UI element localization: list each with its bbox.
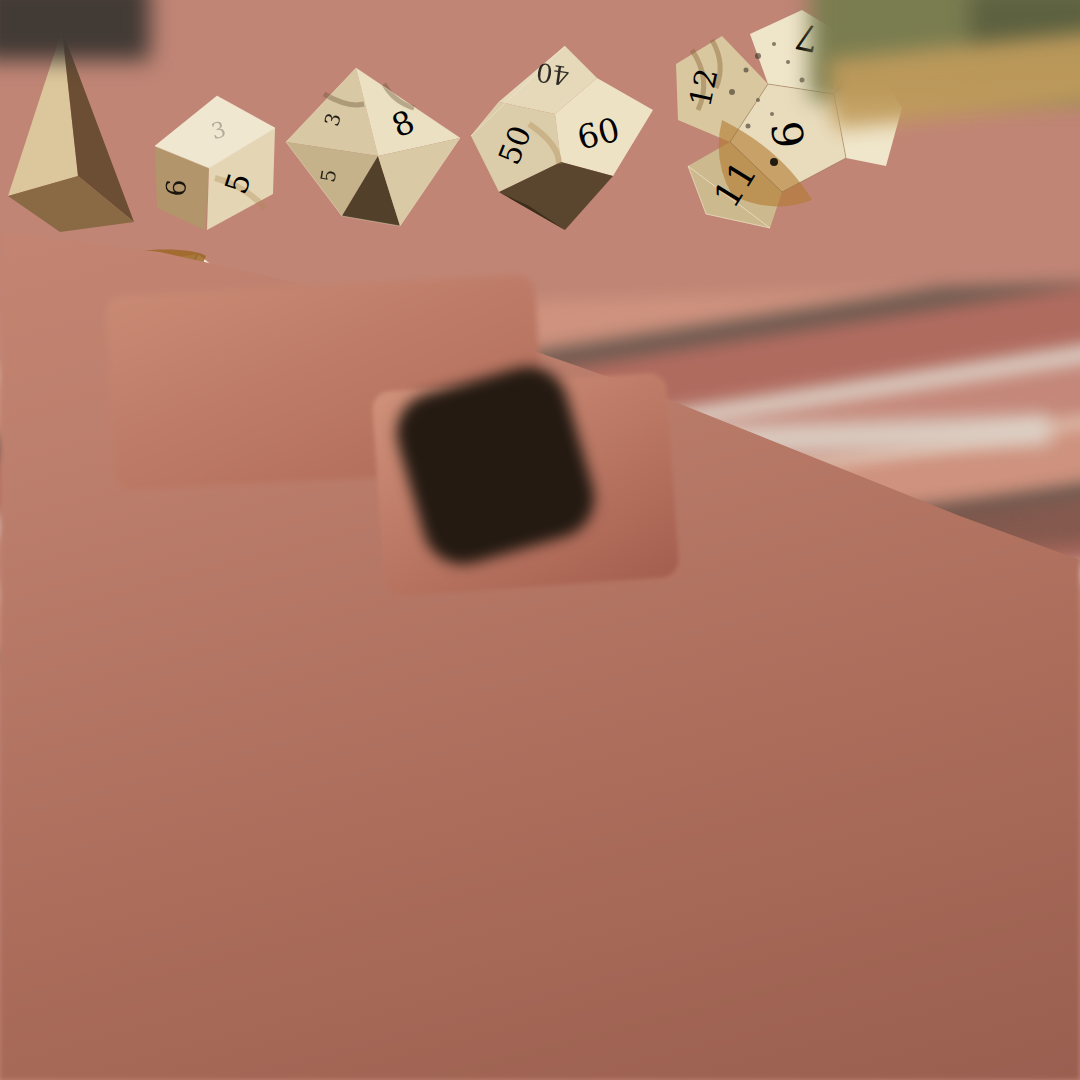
d10-bottom-shadow bbox=[499, 192, 565, 230]
paving-background bbox=[0, 0, 1080, 661]
d8-face-8: 8 bbox=[386, 102, 420, 145]
wall-cap-surface bbox=[0, 0, 1080, 1080]
d10-left-face bbox=[471, 102, 561, 192]
d10-right-face bbox=[555, 78, 653, 176]
d12-stone-vein bbox=[692, 40, 720, 110]
die-d4 bbox=[0, 26, 140, 236]
d20-right-face bbox=[152, 328, 290, 416]
die-d6: 5 6 3 bbox=[145, 88, 279, 236]
d4-base bbox=[8, 176, 134, 232]
d6-front-face bbox=[207, 128, 275, 230]
d10-stone-vein bbox=[529, 124, 559, 164]
d10-face-50: 50 bbox=[492, 121, 539, 170]
dark-brick-band bbox=[559, 496, 1080, 583]
die-d12: 7 12 6 11 bbox=[662, 0, 906, 236]
d8-face-5: 5 bbox=[316, 167, 342, 184]
d12-face-6-marker-dot bbox=[770, 158, 778, 166]
d20-face-9-marker-dot bbox=[112, 310, 120, 318]
d6-edge-highlight bbox=[155, 96, 275, 168]
d20-crack-line bbox=[212, 298, 252, 464]
lichen-spot bbox=[0, 70, 26, 94]
d12-edge-highlight bbox=[688, 166, 770, 228]
d20-top-face bbox=[66, 254, 198, 328]
d10-bottom-dark-faces bbox=[499, 162, 613, 230]
d20-speckles bbox=[53, 294, 246, 462]
cap-crevice-shadow bbox=[387, 357, 603, 573]
d20-caramel-band-middle bbox=[30, 330, 296, 383]
d12-face-11: 11 bbox=[706, 154, 765, 215]
d12-left-face bbox=[676, 36, 768, 142]
d10-face-60: 60 bbox=[574, 110, 624, 158]
lichen-spot bbox=[0, 94, 30, 120]
d8-face-3: 3 bbox=[319, 110, 345, 129]
d20-caramel-band-top bbox=[58, 250, 206, 288]
d20-bottom-left-face bbox=[22, 352, 118, 432]
grass-strip bbox=[810, 0, 1080, 100]
d20-face-7: 7 bbox=[158, 362, 201, 412]
d8-bottom-dark-face bbox=[342, 156, 400, 226]
d12-face-12: 12 bbox=[683, 65, 725, 110]
d12-face-7: 7 bbox=[792, 15, 823, 60]
d20-face-19: 19 bbox=[77, 359, 133, 412]
d8-upper-left-face bbox=[286, 68, 378, 156]
d8-edge-highlight bbox=[286, 68, 460, 226]
d20-face-edges bbox=[38, 254, 290, 432]
photo-canvas: 5 6 3 8 3 5 40 50 60 bbox=[0, 0, 1080, 1080]
d20-base-shadow-faces bbox=[118, 416, 266, 502]
d8-upper-right-face bbox=[356, 68, 460, 156]
d12-face-edges bbox=[730, 84, 846, 192]
d20-base-face bbox=[22, 416, 128, 502]
d6-stone-vein bbox=[215, 178, 265, 208]
d20-face-19-marker-dot bbox=[72, 388, 80, 396]
d10-face-40: 40 bbox=[535, 57, 572, 91]
d12-caramel-band bbox=[719, 120, 812, 206]
cap-brick-d12 bbox=[518, 468, 883, 733]
d20-face-13-area bbox=[152, 254, 290, 328]
d4-bright-face bbox=[8, 30, 78, 196]
d20-face-19-area bbox=[38, 328, 152, 432]
cap-brick-d20 bbox=[0, 0, 46, 120]
d20-face-7-partial: 7 bbox=[233, 414, 276, 442]
die-d10-percentile: 40 50 60 bbox=[469, 44, 657, 236]
d8-stone-vein bbox=[324, 84, 414, 108]
d20-face-5-partial: 5 bbox=[41, 418, 81, 442]
lichen-spot bbox=[0, 0, 46, 40]
lichen-spot bbox=[0, 40, 34, 70]
d8-lower-left-face bbox=[286, 142, 378, 216]
paving-edge-band bbox=[827, 31, 1080, 130]
d6-face-5: 5 bbox=[218, 168, 258, 198]
d20-bottom-right-face bbox=[232, 328, 290, 444]
cap-brick-middle bbox=[371, 372, 680, 597]
d12-face-6: 6 bbox=[763, 118, 815, 151]
d4-dark-face bbox=[62, 30, 134, 222]
d12-top-face bbox=[750, 10, 858, 94]
d6-left-face bbox=[155, 146, 209, 230]
d20-face-13: 13 bbox=[189, 279, 244, 331]
d8-lower-right-face bbox=[378, 138, 460, 226]
mortar-highlight-streak bbox=[450, 415, 1051, 466]
cap-brick-rear bbox=[105, 274, 545, 491]
d6-top-face bbox=[155, 96, 275, 168]
d20-face-9: 9 bbox=[76, 299, 104, 343]
grass-dark-patch bbox=[970, 0, 1080, 60]
dark-corner-top-left bbox=[0, 0, 150, 60]
d6-face-6: 6 bbox=[160, 178, 192, 198]
d6-face-3-faint: 3 bbox=[209, 117, 229, 145]
d10-edge-highlight bbox=[471, 46, 565, 136]
d12-bottom-face bbox=[688, 142, 782, 228]
paving-foreground-courses bbox=[0, 278, 1080, 661]
d20-face-7-area bbox=[118, 328, 232, 432]
die-d8: 8 3 5 bbox=[284, 64, 464, 236]
d20-face-11: 11 bbox=[119, 269, 161, 308]
die-d20: 11 9 13 19 7 5 7 bbox=[0, 240, 310, 528]
d10-top-face bbox=[499, 46, 597, 114]
d12-center-face bbox=[730, 84, 846, 192]
d20-face-9-area bbox=[38, 274, 152, 352]
d12-speckles bbox=[729, 42, 805, 129]
d20-caramel-blob-lower bbox=[134, 422, 226, 473]
d12-right-face bbox=[834, 62, 902, 166]
